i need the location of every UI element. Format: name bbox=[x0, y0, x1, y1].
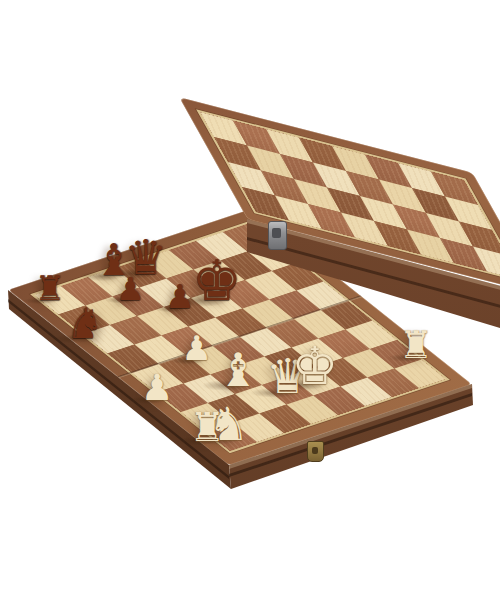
chess-set-product-photo: ♜♝♛♟♞♟♚♟♟♝♛♚♞♜♜ bbox=[0, 0, 500, 600]
closed-box-clasp-latch-icon bbox=[268, 221, 287, 250]
open-board-clasp-latch-icon bbox=[307, 441, 324, 462]
